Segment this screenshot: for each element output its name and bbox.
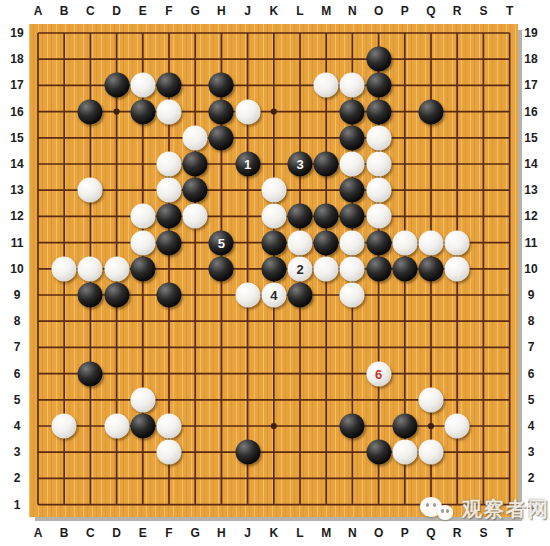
coordinate-label: C — [86, 526, 95, 540]
coordinate-label: D — [112, 4, 121, 18]
stone-white-F13[interactable] — [157, 178, 182, 203]
stone-black-Q10[interactable] — [419, 256, 444, 281]
coordinate-label: P — [401, 526, 409, 540]
coordinate-label: E — [139, 4, 147, 18]
coordinate-label: 3 — [14, 445, 21, 459]
coordinate-label: R — [453, 4, 462, 18]
go-board[interactable]: 135246 — [29, 24, 518, 517]
coordinate-label: 1 — [14, 498, 21, 512]
move-number-label: 4 — [270, 289, 277, 302]
stone-white-O14[interactable] — [366, 152, 391, 177]
coordinate-label: S — [479, 4, 487, 18]
coordinate-label: 6 — [528, 367, 535, 381]
stone-white-O12[interactable] — [366, 204, 391, 229]
coordinate-label: 5 — [528, 393, 535, 407]
coordinate-label: B — [60, 526, 69, 540]
coordinate-label: 5 — [14, 393, 21, 407]
coordinate-label: B — [60, 4, 69, 18]
watermark: 观察者网 — [418, 494, 543, 524]
stone-black-K11[interactable] — [261, 230, 286, 255]
stone-white-Q11[interactable] — [419, 230, 444, 255]
coordinate-label: S — [479, 526, 487, 540]
stone-black-C16[interactable] — [78, 99, 103, 124]
coordinate-label: O — [374, 4, 383, 18]
stone-black-O11[interactable] — [366, 230, 391, 255]
stone-black-M11[interactable] — [314, 230, 339, 255]
coordinate-label: 2 — [528, 471, 535, 485]
coordinate-label: 9 — [528, 288, 535, 302]
move-number-label: 5 — [218, 236, 225, 249]
coordinate-label: 9 — [14, 288, 21, 302]
stone-black-O3[interactable] — [366, 440, 391, 465]
coordinate-label: 17 — [10, 78, 23, 92]
coordinate-label: 19 — [10, 26, 23, 40]
coordinate-label: K — [269, 4, 278, 18]
stone-white-E5[interactable] — [130, 387, 155, 412]
stone-black-K10[interactable] — [261, 256, 286, 281]
stone-white-C13[interactable] — [78, 178, 103, 203]
stone-black-O16[interactable] — [366, 99, 391, 124]
coordinate-label: 10 — [524, 262, 537, 276]
coordinate-label: Q — [426, 526, 435, 540]
stone-white-G15[interactable] — [183, 125, 208, 150]
stone-black-H11[interactable]: 5 — [209, 230, 234, 255]
coordinate-label: F — [165, 526, 172, 540]
stone-black-F12[interactable] — [157, 204, 182, 229]
stone-black-Q16[interactable] — [419, 99, 444, 124]
coordinate-label: G — [191, 4, 200, 18]
move-number-label: 2 — [296, 262, 303, 275]
stone-white-R10[interactable] — [445, 256, 470, 281]
stone-black-L14[interactable]: 3 — [288, 152, 313, 177]
stone-white-G12[interactable] — [183, 204, 208, 229]
coordinate-label: 4 — [528, 419, 535, 433]
stone-white-O15[interactable] — [366, 125, 391, 150]
stone-white-D10[interactable] — [104, 256, 129, 281]
stone-white-L11[interactable] — [288, 230, 313, 255]
coordinate-label: 7 — [14, 340, 21, 354]
coordinate-label: A — [34, 526, 43, 540]
stone-white-N9[interactable] — [340, 283, 365, 308]
coordinate-label: 13 — [524, 183, 537, 197]
stone-black-O18[interactable] — [366, 47, 391, 72]
stone-white-F3[interactable] — [157, 440, 182, 465]
stone-white-F4[interactable] — [157, 414, 182, 439]
stone-black-M12[interactable] — [314, 204, 339, 229]
stone-white-Q3[interactable] — [419, 440, 444, 465]
stone-black-N4[interactable] — [340, 414, 365, 439]
coordinate-label: T — [506, 526, 513, 540]
stone-black-J14[interactable]: 1 — [235, 152, 260, 177]
stone-white-J16[interactable] — [235, 99, 260, 124]
move-number-label: 1 — [244, 158, 251, 171]
coordinate-label: G — [191, 526, 200, 540]
coordinate-label: 3 — [528, 445, 535, 459]
coordinate-label: R — [453, 526, 462, 540]
coordinate-label: 16 — [524, 105, 537, 119]
coordinate-label: 12 — [524, 209, 537, 223]
stone-white-N11[interactable] — [340, 230, 365, 255]
coordinate-label: 10 — [10, 262, 23, 276]
stone-white-E11[interactable] — [130, 230, 155, 255]
coordinate-label: 8 — [528, 314, 535, 328]
coordinate-label: 18 — [524, 52, 537, 66]
stone-white-N14[interactable] — [340, 152, 365, 177]
stone-black-N13[interactable] — [340, 178, 365, 203]
stone-black-L9[interactable] — [288, 283, 313, 308]
stone-black-L12[interactable] — [288, 204, 313, 229]
stone-black-O17[interactable] — [366, 73, 391, 98]
coordinate-label: J — [244, 4, 251, 18]
stone-black-C6[interactable] — [78, 361, 103, 386]
stone-black-E10[interactable] — [130, 256, 155, 281]
stone-black-H16[interactable] — [209, 99, 234, 124]
stone-black-D17[interactable] — [104, 73, 129, 98]
coordinate-label: 13 — [10, 183, 23, 197]
stone-black-F11[interactable] — [157, 230, 182, 255]
stone-white-R4[interactable] — [445, 414, 470, 439]
stone-white-J9[interactable] — [235, 283, 260, 308]
coordinate-label: H — [217, 526, 226, 540]
coordinate-label: H — [217, 4, 226, 18]
stone-white-M17[interactable] — [314, 73, 339, 98]
stone-white-K13[interactable] — [261, 178, 286, 203]
stone-white-P11[interactable] — [392, 230, 417, 255]
move-number-label: 6 — [375, 367, 382, 380]
coordinate-label: O — [374, 526, 383, 540]
move-number-label: 3 — [296, 158, 303, 171]
stone-black-H17[interactable] — [209, 73, 234, 98]
stone-black-E16[interactable] — [130, 99, 155, 124]
stone-white-E12[interactable] — [130, 204, 155, 229]
stone-white-P3[interactable] — [392, 440, 417, 465]
stone-black-J3[interactable] — [235, 440, 260, 465]
coordinate-label: N — [348, 526, 357, 540]
stone-white-O6[interactable]: 6 — [366, 361, 391, 386]
stone-white-B10[interactable] — [52, 256, 77, 281]
coordinate-label: P — [401, 4, 409, 18]
coordinate-label: 14 — [10, 157, 23, 171]
stone-white-F14[interactable] — [157, 152, 182, 177]
coordinate-label: N — [348, 4, 357, 18]
coordinate-label: 8 — [14, 314, 21, 328]
coordinate-label: T — [506, 4, 513, 18]
stone-black-D9[interactable] — [104, 283, 129, 308]
coordinate-label: L — [296, 4, 303, 18]
stone-white-K9[interactable]: 4 — [261, 283, 286, 308]
coordinate-label: 19 — [524, 26, 537, 40]
coordinate-label: 4 — [14, 419, 21, 433]
stone-white-C10[interactable] — [78, 256, 103, 281]
stone-black-N12[interactable] — [340, 204, 365, 229]
stone-white-N10[interactable] — [340, 256, 365, 281]
stone-white-F16[interactable] — [157, 99, 182, 124]
stone-black-H10[interactable] — [209, 256, 234, 281]
star-point — [271, 423, 277, 429]
stone-black-O10[interactable] — [366, 256, 391, 281]
stone-white-Q5[interactable] — [419, 387, 444, 412]
coordinate-label: F — [165, 4, 172, 18]
star-point — [428, 423, 434, 429]
coordinate-label: 18 — [10, 52, 23, 66]
stone-black-G14[interactable] — [183, 152, 208, 177]
stone-white-E17[interactable] — [130, 73, 155, 98]
coordinate-label: 11 — [525, 236, 538, 250]
stone-black-F9[interactable] — [157, 283, 182, 308]
coordinate-label: M — [321, 526, 331, 540]
coordinate-label: 17 — [524, 78, 537, 92]
stone-black-N16[interactable] — [340, 99, 365, 124]
coordinate-label: 15 — [10, 131, 23, 145]
stone-black-C9[interactable] — [78, 283, 103, 308]
star-point — [114, 109, 120, 115]
stone-white-O13[interactable] — [366, 178, 391, 203]
go-diagram: ABCDEFGHJKLMNOPQRST ABCDEFGHJKLMNOPQRST … — [0, 0, 550, 546]
coordinate-label: 14 — [524, 157, 537, 171]
coordinate-label: 11 — [11, 236, 24, 250]
stone-black-P4[interactable] — [392, 414, 417, 439]
coordinate-label: 6 — [14, 367, 21, 381]
stone-white-M10[interactable] — [314, 256, 339, 281]
coordinate-label: M — [321, 4, 331, 18]
stone-white-R11[interactable] — [445, 230, 470, 255]
stone-black-G13[interactable] — [183, 178, 208, 203]
watermark-text: 观察者网 — [462, 496, 550, 523]
stone-black-P10[interactable] — [392, 256, 417, 281]
stone-black-H15[interactable] — [209, 125, 234, 150]
coordinate-label: K — [269, 526, 278, 540]
coordinate-label: 15 — [524, 131, 537, 145]
star-point — [271, 109, 277, 115]
stone-white-K12[interactable] — [261, 204, 286, 229]
stone-white-N17[interactable] — [340, 73, 365, 98]
stone-white-D4[interactable] — [104, 414, 129, 439]
stone-black-F17[interactable] — [157, 73, 182, 98]
stone-white-B4[interactable] — [52, 414, 77, 439]
coordinate-label: 7 — [528, 340, 535, 354]
stone-black-M14[interactable] — [314, 152, 339, 177]
coordinate-label: J — [244, 526, 251, 540]
coordinate-label: D — [112, 526, 121, 540]
stone-black-E4[interactable] — [130, 414, 155, 439]
coordinate-label: A — [34, 4, 43, 18]
coordinate-label: Q — [426, 4, 435, 18]
coordinate-label: 2 — [14, 471, 21, 485]
stone-black-N15[interactable] — [340, 125, 365, 150]
coordinate-label: E — [139, 526, 147, 540]
coordinate-label: C — [86, 4, 95, 18]
stone-white-L10[interactable]: 2 — [288, 256, 313, 281]
coordinate-label: 16 — [10, 105, 23, 119]
coordinate-label: 12 — [10, 209, 23, 223]
coordinate-label: L — [296, 526, 303, 540]
